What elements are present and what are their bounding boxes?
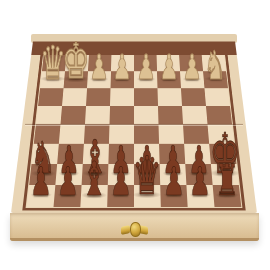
square-c5[interactable] <box>85 106 110 124</box>
square-h6[interactable] <box>204 88 229 106</box>
square-c6[interactable] <box>86 88 110 106</box>
square-a4[interactable] <box>34 124 61 143</box>
square-a7[interactable] <box>40 71 65 88</box>
square-d5[interactable] <box>109 106 134 124</box>
square-h1[interactable] <box>213 185 242 207</box>
square-g1[interactable] <box>186 185 214 207</box>
square-h7[interactable] <box>203 71 228 88</box>
product-photo: ♛♚♟♟♟♟♟♞♞♟♝♟♟♟♟♚♟♟♝♟♛♟♟♜ <box>0 0 270 270</box>
square-a1[interactable] <box>27 185 56 207</box>
square-d2[interactable] <box>108 164 134 185</box>
square-b3[interactable] <box>57 144 84 164</box>
square-f3[interactable] <box>159 144 185 164</box>
case-bottom-edge <box>10 238 259 241</box>
square-d6[interactable] <box>110 88 134 106</box>
square-b1[interactable] <box>53 185 81 207</box>
square-f2[interactable] <box>160 164 187 185</box>
square-e6[interactable] <box>134 88 158 106</box>
square-g2[interactable] <box>185 164 212 185</box>
square-g4[interactable] <box>183 124 209 143</box>
square-g5[interactable] <box>182 106 208 124</box>
square-g3[interactable] <box>184 144 211 164</box>
square-a5[interactable] <box>36 106 62 124</box>
square-d1[interactable] <box>107 185 134 207</box>
square-c2[interactable] <box>82 164 109 185</box>
square-d7[interactable] <box>111 71 134 88</box>
square-e1[interactable] <box>134 185 161 207</box>
square-a3[interactable] <box>32 144 59 164</box>
square-e2[interactable] <box>134 164 160 185</box>
square-b5[interactable] <box>60 106 86 124</box>
square-b7[interactable] <box>64 71 88 88</box>
clasp-knob <box>130 222 141 237</box>
square-d4[interactable] <box>109 124 134 143</box>
square-b8[interactable] <box>65 55 89 71</box>
square-f5[interactable] <box>158 106 183 124</box>
square-g8[interactable] <box>179 55 203 71</box>
square-c7[interactable] <box>87 71 111 88</box>
fold-seam <box>25 124 243 125</box>
square-a2[interactable] <box>29 164 57 185</box>
square-d3[interactable] <box>108 144 134 164</box>
square-f4[interactable] <box>159 124 185 143</box>
clasp-left-wing <box>121 225 130 235</box>
square-f1[interactable] <box>160 185 187 207</box>
square-c4[interactable] <box>84 124 110 143</box>
square-f8[interactable] <box>157 55 180 71</box>
square-h5[interactable] <box>206 106 232 124</box>
square-g7[interactable] <box>180 71 204 88</box>
square-h4[interactable] <box>208 124 235 143</box>
square-f7[interactable] <box>157 71 181 88</box>
square-e4[interactable] <box>134 124 159 143</box>
square-e5[interactable] <box>134 106 159 124</box>
board-grid <box>27 55 242 207</box>
brass-clasp-icon <box>121 220 148 238</box>
square-g6[interactable] <box>181 88 206 106</box>
square-a6[interactable] <box>38 88 63 106</box>
board-back-border <box>31 42 237 55</box>
square-c3[interactable] <box>83 144 109 164</box>
square-h3[interactable] <box>209 144 236 164</box>
square-b4[interactable] <box>59 124 85 143</box>
square-b2[interactable] <box>55 164 82 185</box>
square-c8[interactable] <box>88 55 111 71</box>
square-f6[interactable] <box>157 88 181 106</box>
square-c1[interactable] <box>80 185 107 207</box>
square-h8[interactable] <box>202 55 226 71</box>
square-a8[interactable] <box>42 55 66 71</box>
square-b6[interactable] <box>62 88 87 106</box>
square-e7[interactable] <box>134 71 157 88</box>
square-d8[interactable] <box>111 55 134 71</box>
square-e3[interactable] <box>134 144 160 164</box>
square-h2[interactable] <box>211 164 239 185</box>
square-e8[interactable] <box>134 55 157 71</box>
chess-board <box>11 42 257 213</box>
